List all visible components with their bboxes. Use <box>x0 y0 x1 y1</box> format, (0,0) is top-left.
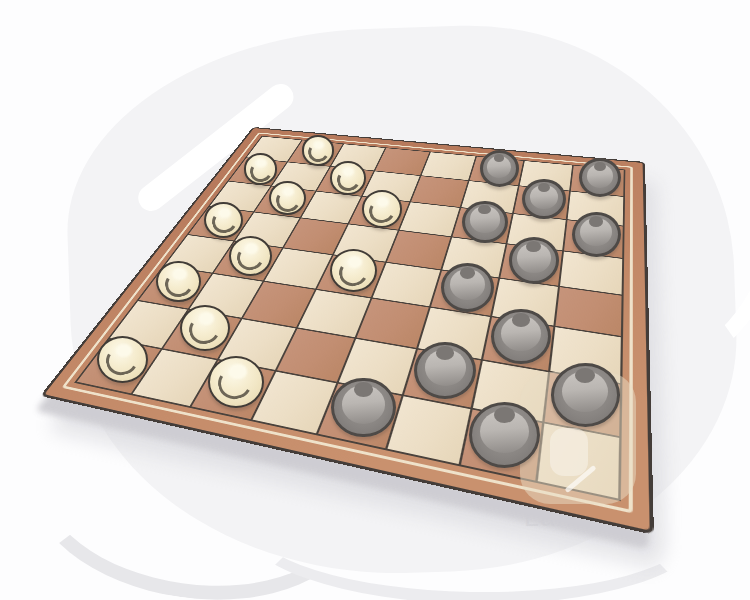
checker-white[interactable]: ⛀ <box>330 249 377 292</box>
checker-white[interactable]: ⛀ <box>269 181 307 216</box>
checker-white[interactable]: ⛀ <box>156 261 201 302</box>
checker-black[interactable]: ⛂ <box>579 158 621 197</box>
checker-white[interactable]: ⛀ <box>97 336 148 384</box>
checker-white[interactable]: ⛀ <box>362 190 402 227</box>
checker-black[interactable]: ⛂ <box>491 309 551 365</box>
checker-black[interactable]: ⛂ <box>441 263 494 312</box>
checker-black[interactable]: ⛂ <box>480 150 519 187</box>
checker-black[interactable]: ⛂ <box>331 378 395 438</box>
checker-black[interactable]: ⛂ <box>572 212 621 258</box>
checker-white[interactable]: ⛀ <box>229 236 272 276</box>
checker-white[interactable]: ⛀ <box>330 161 366 195</box>
checker-black[interactable]: ⛂ <box>522 179 566 220</box>
checker-black[interactable]: ⛂ <box>469 402 540 468</box>
checker-white[interactable]: ⛀ <box>180 305 230 351</box>
checker-black[interactable]: ⛂ <box>509 237 560 284</box>
checker-white[interactable]: ⛀ <box>208 356 264 408</box>
checker-black[interactable]: ⛂ <box>551 363 620 427</box>
pieces-layer: ⛀⛂⛂⛀⛀⛂⛀⛀⛂⛂⛀⛂⛀⛀⛂⛀⛂⛀⛂⛂⛀⛀⛂⛂ <box>0 0 750 600</box>
checker-white[interactable]: ⛀ <box>244 153 278 185</box>
checker-white[interactable]: ⛀ <box>204 202 243 238</box>
checker-black[interactable]: ⛂ <box>414 342 476 400</box>
illustration-canvas: LanGeek ⛀⛂⛂⛀⛀⛂⛀⛀⛂⛂⛀⛂⛀⛀⛂⛀⛂⛀⛂⛂⛀⛀⛂⛂ <box>0 0 750 600</box>
checker-black[interactable]: ⛂ <box>462 201 507 243</box>
checker-white[interactable]: ⛀ <box>302 135 335 165</box>
